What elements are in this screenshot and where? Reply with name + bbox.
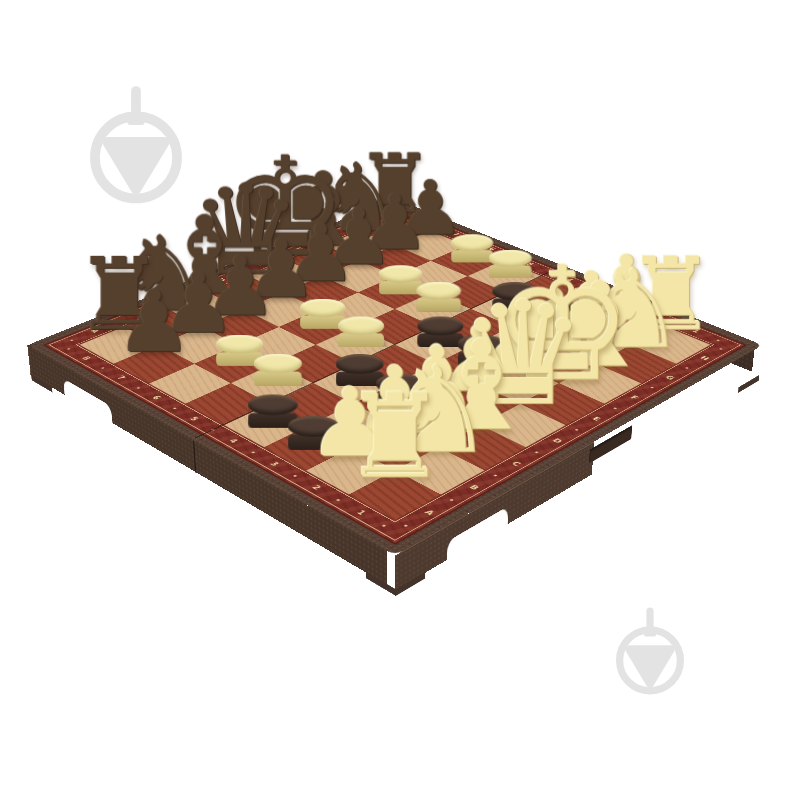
border-inlay-dot — [292, 474, 297, 477]
checker-top — [451, 234, 493, 251]
border-inlay-dot — [251, 451, 256, 453]
border-inlay-dot — [101, 367, 105, 369]
board-surface: ♜♞♝♛♚♝♞♜♟♟♟♟♟♟♟♟♟♟♟♟♟♟♟♟♜♞♝♛♚♝♞♜ AABBCCD… — [43, 204, 747, 545]
checker-top — [247, 394, 297, 415]
border-inlay-dot — [136, 387, 140, 389]
rank-label-left-6: 6 — [151, 395, 163, 401]
border-inlay-dot — [574, 429, 579, 431]
file-label-near-A: A — [422, 509, 435, 516]
checker-top — [338, 316, 384, 335]
rank-label-left-1: 1 — [355, 509, 368, 516]
border-inlay-dot — [650, 387, 654, 389]
piece-bP-a7: ♟ — [115, 278, 192, 364]
border-inlay-dot — [382, 524, 387, 527]
case-foot — [395, 572, 426, 597]
file-label-near-C: C — [510, 461, 522, 468]
border-inlay-dot — [716, 339, 720, 341]
square-a1: ♜ — [349, 470, 440, 520]
rank-label-left-7: 7 — [115, 375, 126, 380]
checker-side — [451, 250, 493, 263]
border-inlay-dot — [493, 474, 498, 477]
case-foot — [365, 571, 396, 596]
border-inlay-dot — [719, 348, 723, 350]
store-logo-watermark-icon — [82, 84, 190, 205]
piece-wR-a1: ♜ — [343, 379, 447, 495]
board-grid: ♜♞♝♛♚♝♞♜♟♟♟♟♟♟♟♟♟♟♟♟♟♟♟♟♜♞♝♛♚♝♞♜ — [80, 217, 711, 520]
file-label-near-B: B — [467, 484, 480, 491]
case-foot — [738, 375, 760, 394]
folding-chess-case: ♜♞♝♛♚♝♞♜♟♟♟♟♟♟♟♟♟♟♟♟♟♟♟♟♜♞♝♛♚♝♞♜ AABBCCD… — [27, 199, 762, 556]
fold-seam-on-side — [193, 441, 196, 474]
case-top-face: ♜♞♝♛♚♝♞♜♟♟♟♟♟♟♟♟♟♟♟♟♟♟♟♟♜♞♝♛♚♝♞♜ AABBCCD… — [27, 199, 762, 556]
checker-top — [300, 299, 345, 318]
file-label-near-H: H — [698, 356, 710, 362]
border-inlay-dot — [685, 367, 689, 369]
border-inlay-dot — [534, 451, 539, 453]
checker-yellow-h6 — [451, 234, 493, 262]
checker-top — [416, 282, 460, 300]
rank-label-left-5: 5 — [188, 416, 200, 422]
square-a7: ♟ — [114, 345, 194, 383]
file-label-near-D: D — [551, 438, 564, 445]
checker-yellow-d5 — [338, 316, 384, 347]
border-inlay-dot — [613, 407, 618, 409]
rank-label-left-3: 3 — [268, 461, 280, 467]
product-photo: ♜♞♝♛♚♝♞♜♟♟♟♟♟♟♟♟♟♟♟♟♟♟♟♟♜♞♝♛♚♝♞♜ AABBCCD… — [0, 0, 799, 799]
border-inlay-dot — [449, 499, 454, 502]
file-label-near-G: G — [664, 375, 676, 381]
rank-label-left-8: 8 — [80, 356, 91, 361]
case-foot — [31, 374, 53, 393]
checker-side — [253, 372, 301, 387]
rank-label-left-2: 2 — [310, 484, 322, 491]
border-inlay-dot — [336, 499, 341, 502]
border-inlay-dot — [173, 407, 178, 409]
checker-yellow-b5 — [253, 354, 301, 386]
store-logo-watermark-icon — [610, 606, 690, 696]
border-inlay-dot — [67, 348, 71, 350]
checker-top — [216, 335, 263, 354]
rank-label-left-4: 4 — [227, 438, 239, 444]
border-inlay-dot — [403, 524, 408, 527]
checker-top — [253, 354, 301, 374]
border-inlay-dot — [70, 339, 74, 341]
file-label-near-E: E — [590, 416, 601, 422]
